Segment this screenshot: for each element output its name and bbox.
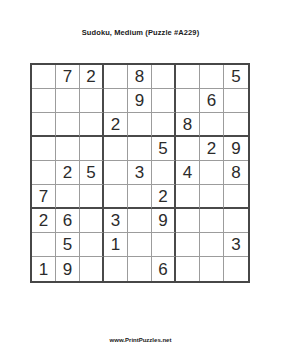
- cell-r4c9: 9: [224, 137, 248, 161]
- cell-r3c5: [128, 113, 152, 137]
- cell-r9c1: 1: [32, 257, 56, 281]
- cell-r7c4: 3: [104, 209, 128, 233]
- cell-r6c3: [80, 185, 104, 209]
- cell-r4c8: 2: [200, 137, 224, 161]
- cell-r6c2: [56, 185, 80, 209]
- cell-r5c6: [152, 161, 176, 185]
- cell-r9c5: [128, 257, 152, 281]
- cell-r2c1: [32, 89, 56, 113]
- cell-r1c8: [200, 65, 224, 89]
- cell-r9c4: [104, 257, 128, 281]
- cell-r2c9: [224, 89, 248, 113]
- cell-r5c1: [32, 161, 56, 185]
- cell-r9c9: [224, 257, 248, 281]
- cell-r4c6: 5: [152, 137, 176, 161]
- cell-r6c8: [200, 185, 224, 209]
- cell-r5c2: 2: [56, 161, 80, 185]
- cell-r7c3: [80, 209, 104, 233]
- cell-r3c4: 2: [104, 113, 128, 137]
- cell-r5c5: 3: [128, 161, 152, 185]
- cell-r4c2: [56, 137, 80, 161]
- cell-r8c9: 3: [224, 233, 248, 257]
- cell-r9c7: [176, 257, 200, 281]
- cell-r9c6: 6: [152, 257, 176, 281]
- cell-r3c6: [152, 113, 176, 137]
- cell-r6c1: 7: [32, 185, 56, 209]
- cell-r4c3: [80, 137, 104, 161]
- cell-r3c8: [200, 113, 224, 137]
- cell-r6c5: [128, 185, 152, 209]
- cell-r5c7: 4: [176, 161, 200, 185]
- cell-r5c3: 5: [80, 161, 104, 185]
- cell-r1c4: [104, 65, 128, 89]
- cell-r4c5: [128, 137, 152, 161]
- cell-r9c3: [80, 257, 104, 281]
- cell-r1c2: 7: [56, 65, 80, 89]
- cell-r1c7: [176, 65, 200, 89]
- cell-r2c5: 9: [128, 89, 152, 113]
- cell-r3c2: [56, 113, 80, 137]
- cell-r2c7: [176, 89, 200, 113]
- cell-r2c2: [56, 89, 80, 113]
- cell-r7c1: 2: [32, 209, 56, 233]
- cell-r8c1: [32, 233, 56, 257]
- cell-r8c4: 1: [104, 233, 128, 257]
- cell-r6c4: [104, 185, 128, 209]
- cell-r3c3: [80, 113, 104, 137]
- cell-r5c4: [104, 161, 128, 185]
- cell-r8c6: [152, 233, 176, 257]
- cell-r1c5: 8: [128, 65, 152, 89]
- cell-r8c8: [200, 233, 224, 257]
- cell-r4c4: [104, 137, 128, 161]
- cell-r1c3: 2: [80, 65, 104, 89]
- cell-r7c7: [176, 209, 200, 233]
- cell-r6c7: [176, 185, 200, 209]
- cell-r7c6: 9: [152, 209, 176, 233]
- cell-r2c6: [152, 89, 176, 113]
- cell-r6c6: 2: [152, 185, 176, 209]
- cell-r9c8: [200, 257, 224, 281]
- cell-r6c9: [224, 185, 248, 209]
- cell-r4c7: [176, 137, 200, 161]
- cell-r7c2: 6: [56, 209, 80, 233]
- cell-r8c7: [176, 233, 200, 257]
- sudoku-grid: 7285962852925348722639513196: [30, 63, 250, 283]
- cell-r9c2: 9: [56, 257, 80, 281]
- page-title: Sudoku, Medium (Puzzle #A229): [0, 28, 281, 37]
- cell-r1c9: 5: [224, 65, 248, 89]
- cell-r7c5: [128, 209, 152, 233]
- cell-r8c2: 5: [56, 233, 80, 257]
- cell-r5c8: [200, 161, 224, 185]
- cell-r3c7: 8: [176, 113, 200, 137]
- cell-r8c3: [80, 233, 104, 257]
- cell-r4c1: [32, 137, 56, 161]
- cell-r1c6: [152, 65, 176, 89]
- cell-r7c9: [224, 209, 248, 233]
- cell-r3c1: [32, 113, 56, 137]
- cell-r2c8: 6: [200, 89, 224, 113]
- cell-r3c9: [224, 113, 248, 137]
- cell-r2c4: [104, 89, 128, 113]
- cell-r1c1: [32, 65, 56, 89]
- cell-r5c9: 8: [224, 161, 248, 185]
- cell-r7c8: [200, 209, 224, 233]
- cell-r8c5: [128, 233, 152, 257]
- footer-url: www.PrintPuzzles.net: [0, 337, 281, 343]
- cell-r2c3: [80, 89, 104, 113]
